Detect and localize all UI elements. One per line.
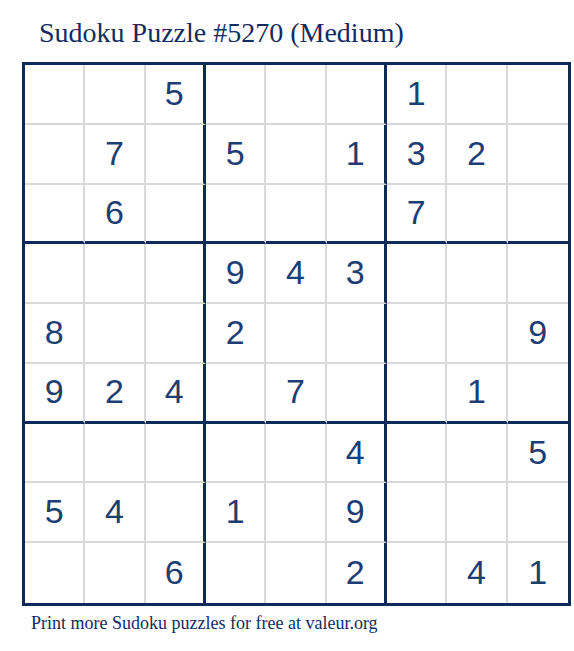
cell-r2-c5 (266, 125, 326, 185)
cell-r3-c5 (266, 185, 326, 245)
cell-r7-c3 (146, 424, 206, 484)
cell-r8-c6: 9 (327, 483, 387, 543)
cell-r2-c8: 2 (447, 125, 507, 185)
cell-r7-c9: 5 (508, 424, 568, 484)
cell-r2-c2: 7 (85, 125, 145, 185)
cell-r6-c1: 9 (25, 364, 85, 424)
cell-r9-c3: 6 (146, 543, 206, 603)
cell-r9-c2 (85, 543, 145, 603)
cell-r7-c5 (266, 424, 326, 484)
cell-r8-c5 (266, 483, 326, 543)
cell-r9-c5 (266, 543, 326, 603)
cell-r2-c9 (508, 125, 568, 185)
cell-r1-c9 (508, 65, 568, 125)
cell-r5-c8 (447, 304, 507, 364)
cell-r5-c6 (327, 304, 387, 364)
cell-r6-c8: 1 (447, 364, 507, 424)
cell-r9-c1 (25, 543, 85, 603)
cell-r6-c6 (327, 364, 387, 424)
cell-r3-c4 (206, 185, 266, 245)
footer-text: Print more Sudoku puzzles for free at va… (31, 613, 378, 634)
cell-r7-c1 (25, 424, 85, 484)
cell-r3-c9 (508, 185, 568, 245)
cell-r6-c7 (387, 364, 447, 424)
cell-r9-c7 (387, 543, 447, 603)
cell-r3-c1 (25, 185, 85, 245)
cell-r8-c8 (447, 483, 507, 543)
cell-r2-c3 (146, 125, 206, 185)
cell-r4-c9 (508, 244, 568, 304)
cell-r5-c7 (387, 304, 447, 364)
cell-r3-c6 (327, 185, 387, 245)
cell-r7-c6: 4 (327, 424, 387, 484)
sudoku-page: Sudoku Puzzle #5270 (Medium) 51751326794… (0, 0, 574, 651)
cell-r1-c7: 1 (387, 65, 447, 125)
cell-r2-c6: 1 (327, 125, 387, 185)
cell-r1-c2 (85, 65, 145, 125)
cell-r7-c7 (387, 424, 447, 484)
cell-r5-c4: 2 (206, 304, 266, 364)
cell-r7-c8 (447, 424, 507, 484)
sudoku-board: 517513267943829924714554196241 (22, 62, 571, 606)
cell-r4-c6: 3 (327, 244, 387, 304)
cell-r3-c7: 7 (387, 185, 447, 245)
cell-r8-c9 (508, 483, 568, 543)
cell-r4-c5: 4 (266, 244, 326, 304)
cell-r7-c2 (85, 424, 145, 484)
cell-r4-c2 (85, 244, 145, 304)
cell-r8-c7 (387, 483, 447, 543)
cell-r3-c3 (146, 185, 206, 245)
cell-r1-c1 (25, 65, 85, 125)
cell-r4-c1 (25, 244, 85, 304)
cell-r4-c8 (447, 244, 507, 304)
cell-r6-c5: 7 (266, 364, 326, 424)
cell-r6-c9 (508, 364, 568, 424)
cell-r7-c4 (206, 424, 266, 484)
cell-r5-c3 (146, 304, 206, 364)
cell-r3-c8 (447, 185, 507, 245)
cell-r6-c4 (206, 364, 266, 424)
cell-r9-c6: 2 (327, 543, 387, 603)
cell-r1-c5 (266, 65, 326, 125)
page-title: Sudoku Puzzle #5270 (Medium) (39, 17, 404, 49)
cell-r1-c3: 5 (146, 65, 206, 125)
cell-r9-c8: 4 (447, 543, 507, 603)
cell-r5-c9: 9 (508, 304, 568, 364)
cell-r9-c4 (206, 543, 266, 603)
cell-r8-c4: 1 (206, 483, 266, 543)
cell-r8-c3 (146, 483, 206, 543)
cell-r1-c8 (447, 65, 507, 125)
cell-r8-c1: 5 (25, 483, 85, 543)
cell-r2-c4: 5 (206, 125, 266, 185)
cell-r9-c9: 1 (508, 543, 568, 603)
cell-r8-c2: 4 (85, 483, 145, 543)
cell-r5-c5 (266, 304, 326, 364)
cell-r6-c3: 4 (146, 364, 206, 424)
cell-r2-c7: 3 (387, 125, 447, 185)
cell-r1-c4 (206, 65, 266, 125)
cell-r5-c1: 8 (25, 304, 85, 364)
cell-r4-c3 (146, 244, 206, 304)
cell-r4-c7 (387, 244, 447, 304)
cell-r1-c6 (327, 65, 387, 125)
cell-r3-c2: 6 (85, 185, 145, 245)
cell-r2-c1 (25, 125, 85, 185)
cell-r4-c4: 9 (206, 244, 266, 304)
cell-r5-c2 (85, 304, 145, 364)
cell-r6-c2: 2 (85, 364, 145, 424)
